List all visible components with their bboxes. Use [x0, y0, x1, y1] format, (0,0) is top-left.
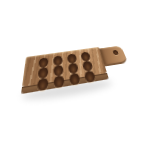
- board-top-face: [22, 47, 107, 87]
- pit-r3-c4[interactable]: [83, 70, 95, 83]
- pit-r3-c1[interactable]: [37, 78, 48, 92]
- handle-hanging-hole: [112, 50, 118, 55]
- pit-r3-c2[interactable]: [53, 75, 64, 88]
- pit-r3-c3[interactable]: [69, 73, 80, 86]
- scene: [0, 0, 150, 150]
- pit-grid: [34, 51, 95, 80]
- board-handle: [99, 46, 127, 66]
